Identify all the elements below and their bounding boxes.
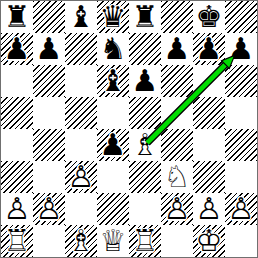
square-d1[interactable]: ♛♕ <box>97 225 129 257</box>
pawn-icon: ♟ <box>97 129 129 161</box>
square-f6[interactable] <box>161 65 193 97</box>
pawn-icon: ♙ <box>193 193 225 225</box>
pawn-icon: ♙ <box>1 193 33 225</box>
square-f3[interactable]: ♞♘ <box>161 161 193 193</box>
square-b3[interactable] <box>33 161 65 193</box>
pawn-icon: ♙ <box>161 193 193 225</box>
square-d5[interactable] <box>97 97 129 129</box>
black-queen-d8[interactable]: ♛ <box>97 1 129 33</box>
white-bishop-c1[interactable]: ♝♗ <box>65 225 97 257</box>
rook-icon: ♜ <box>129 1 161 33</box>
pawn-icon: ♙ <box>33 193 65 225</box>
knight-icon: ♞ <box>97 33 129 65</box>
square-b2[interactable]: ♟♙ <box>33 193 65 225</box>
pawn-icon: ♟ <box>129 65 161 97</box>
square-g5[interactable] <box>193 97 225 129</box>
square-h7[interactable]: ♟ <box>225 33 257 65</box>
king-icon: ♚ <box>193 1 225 33</box>
square-f2[interactable]: ♟♙ <box>161 193 193 225</box>
white-pawn-b2[interactable]: ♟♙ <box>33 193 65 225</box>
square-d6[interactable]: ♝ <box>97 65 129 97</box>
rook-icon: ♖ <box>129 225 161 257</box>
black-king-g8[interactable]: ♚ <box>193 1 225 33</box>
white-pawn-a2[interactable]: ♟♙ <box>1 193 33 225</box>
black-knight-d7[interactable]: ♞ <box>97 33 129 65</box>
white-pawn-c3[interactable]: ♟♙ <box>65 161 97 193</box>
square-c3[interactable]: ♟♙ <box>65 161 97 193</box>
square-f1[interactable] <box>161 225 193 257</box>
pawn-icon: ♟ <box>225 33 257 65</box>
black-pawn-a7[interactable]: ♟ <box>1 33 33 65</box>
square-e8[interactable]: ♜ <box>129 1 161 33</box>
square-c7[interactable] <box>65 33 97 65</box>
square-e4[interactable]: ♝♗ <box>129 129 161 161</box>
pawn-icon: ♟ <box>1 33 33 65</box>
square-a4[interactable] <box>1 129 33 161</box>
black-rook-e8[interactable]: ♜ <box>129 1 161 33</box>
square-d4[interactable]: ♟ <box>97 129 129 161</box>
square-h8[interactable] <box>225 1 257 33</box>
black-pawn-h7[interactable]: ♟ <box>225 33 257 65</box>
square-g3[interactable] <box>193 161 225 193</box>
square-g1[interactable]: ♚♔ <box>193 225 225 257</box>
square-e3[interactable] <box>129 161 161 193</box>
square-h6[interactable] <box>225 65 257 97</box>
white-pawn-h2[interactable]: ♟♙ <box>225 193 257 225</box>
square-d2[interactable] <box>97 193 129 225</box>
white-rook-a1[interactable]: ♜♖ <box>1 225 33 257</box>
square-d8[interactable]: ♛ <box>97 1 129 33</box>
white-queen-d1[interactable]: ♛♕ <box>97 225 129 257</box>
square-g6[interactable] <box>193 65 225 97</box>
chess-board: ♜♝♛♜♚♟♟♞♟♟♟♝♟♟♝♗♟♙♞♘♟♙♟♙♟♙♟♙♟♙♜♖♝♗♛♕♜♖♚♔ <box>1 1 257 257</box>
bishop-icon: ♝ <box>97 65 129 97</box>
square-h5[interactable] <box>225 97 257 129</box>
square-g8[interactable]: ♚ <box>193 1 225 33</box>
bishop-icon: ♗ <box>129 129 161 161</box>
square-a5[interactable] <box>1 97 33 129</box>
square-d3[interactable] <box>97 161 129 193</box>
black-rook-a8[interactable]: ♜ <box>1 1 33 33</box>
square-h1[interactable] <box>225 225 257 257</box>
square-a1[interactable]: ♜♖ <box>1 225 33 257</box>
square-b7[interactable]: ♟ <box>33 33 65 65</box>
square-c8[interactable]: ♝ <box>65 1 97 33</box>
square-e5[interactable] <box>129 97 161 129</box>
square-b4[interactable] <box>33 129 65 161</box>
black-bishop-c8[interactable]: ♝ <box>65 1 97 33</box>
square-a8[interactable]: ♜ <box>1 1 33 33</box>
square-e7[interactable] <box>129 33 161 65</box>
square-d7[interactable]: ♞ <box>97 33 129 65</box>
black-pawn-f7[interactable]: ♟ <box>161 33 193 65</box>
square-a2[interactable]: ♟♙ <box>1 193 33 225</box>
square-h3[interactable] <box>225 161 257 193</box>
square-h2[interactable]: ♟♙ <box>225 193 257 225</box>
white-bishop-e4[interactable]: ♝♗ <box>129 129 161 161</box>
square-c4[interactable] <box>65 129 97 161</box>
bishop-icon: ♗ <box>65 225 97 257</box>
square-f5[interactable] <box>161 97 193 129</box>
square-g2[interactable]: ♟♙ <box>193 193 225 225</box>
queen-icon: ♕ <box>97 225 129 257</box>
square-c6[interactable] <box>65 65 97 97</box>
square-e2[interactable] <box>129 193 161 225</box>
pawn-icon: ♙ <box>65 161 97 193</box>
black-pawn-g7[interactable]: ♟ <box>193 33 225 65</box>
white-knight-f3[interactable]: ♞♘ <box>161 161 193 193</box>
square-b1[interactable] <box>33 225 65 257</box>
square-e1[interactable]: ♜♖ <box>129 225 161 257</box>
square-c5[interactable] <box>65 97 97 129</box>
pawn-icon: ♙ <box>225 193 257 225</box>
white-king-g1[interactable]: ♚♔ <box>193 225 225 257</box>
square-a3[interactable] <box>1 161 33 193</box>
pawn-icon: ♟ <box>33 33 65 65</box>
square-g7[interactable]: ♟ <box>193 33 225 65</box>
pawn-icon: ♟ <box>161 33 193 65</box>
square-b6[interactable] <box>33 65 65 97</box>
pawn-icon: ♟ <box>193 33 225 65</box>
square-h4[interactable] <box>225 129 257 161</box>
rook-icon: ♜ <box>1 1 33 33</box>
square-g4[interactable] <box>193 129 225 161</box>
black-pawn-b7[interactable]: ♟ <box>33 33 65 65</box>
square-a6[interactable] <box>1 65 33 97</box>
queen-icon: ♛ <box>97 1 129 33</box>
chess-diagram: ♜♝♛♜♚♟♟♞♟♟♟♝♟♟♝♗♟♙♞♘♟♙♟♙♟♙♟♙♟♙♜♖♝♗♛♕♜♖♚♔ <box>0 0 258 258</box>
white-rook-e1[interactable]: ♜♖ <box>129 225 161 257</box>
square-a7[interactable]: ♟ <box>1 33 33 65</box>
bishop-icon: ♝ <box>65 1 97 33</box>
black-bishop-d6[interactable]: ♝ <box>97 65 129 97</box>
black-pawn-e6[interactable]: ♟ <box>129 65 161 97</box>
square-b5[interactable] <box>33 97 65 129</box>
black-pawn-d4[interactable]: ♟ <box>97 129 129 161</box>
rook-icon: ♖ <box>1 225 33 257</box>
square-c2[interactable] <box>65 193 97 225</box>
white-pawn-g2[interactable]: ♟♙ <box>193 193 225 225</box>
square-f8[interactable] <box>161 1 193 33</box>
white-pawn-f2[interactable]: ♟♙ <box>161 193 193 225</box>
square-f7[interactable]: ♟ <box>161 33 193 65</box>
square-c1[interactable]: ♝♗ <box>65 225 97 257</box>
square-b8[interactable] <box>33 1 65 33</box>
knight-icon: ♘ <box>161 161 193 193</box>
king-icon: ♔ <box>193 225 225 257</box>
board-frame: ♜♝♛♜♚♟♟♞♟♟♟♝♟♟♝♗♟♙♞♘♟♙♟♙♟♙♟♙♟♙♜♖♝♗♛♕♜♖♚♔ <box>0 0 258 258</box>
square-e6[interactable]: ♟ <box>129 65 161 97</box>
square-f4[interactable] <box>161 129 193 161</box>
